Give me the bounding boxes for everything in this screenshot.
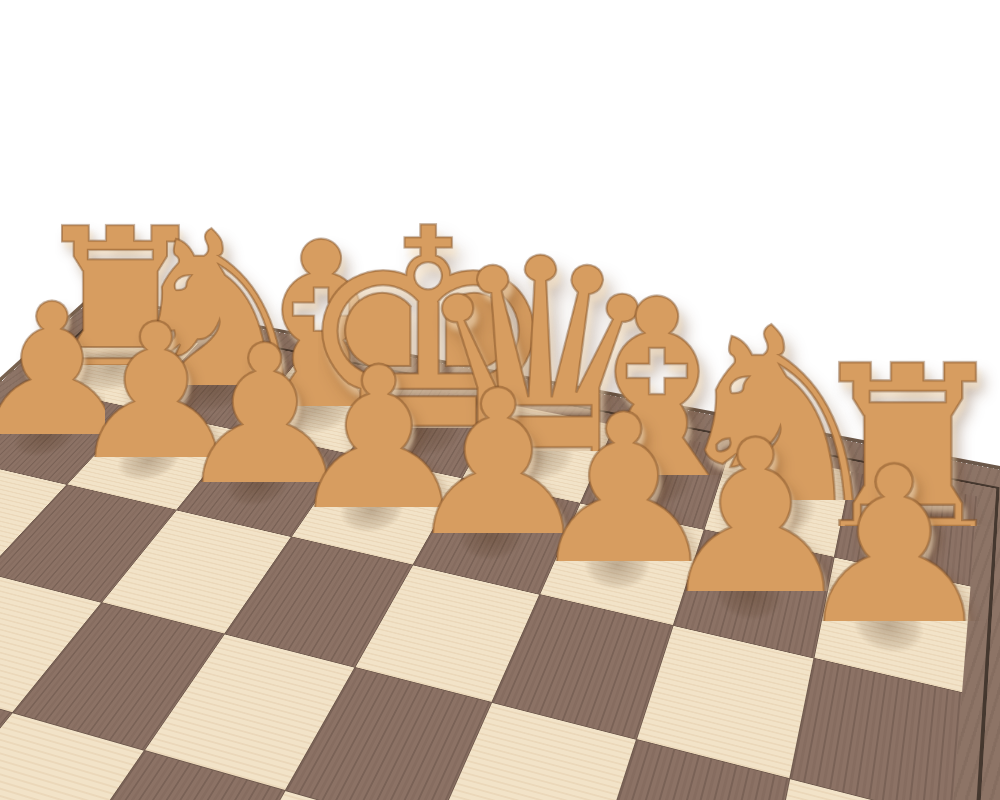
square-d5 [201,791,432,800]
product-photo-stage: ♜♞♝♚♛♝♞♜♟♟♟♟♟♟♟♟ [0,0,1000,800]
chess-board: ♜♞♝♚♛♝♞♜♟♟♟♟♟♟♟♟ [0,297,1000,800]
board-squares-grid [0,325,978,800]
board-perspective-wrapper: ♜♞♝♚♛♝♞♜♟♟♟♟♟♟♟♟ [0,90,985,800]
piece-white-rook-h1: ♜ [17,54,224,365]
